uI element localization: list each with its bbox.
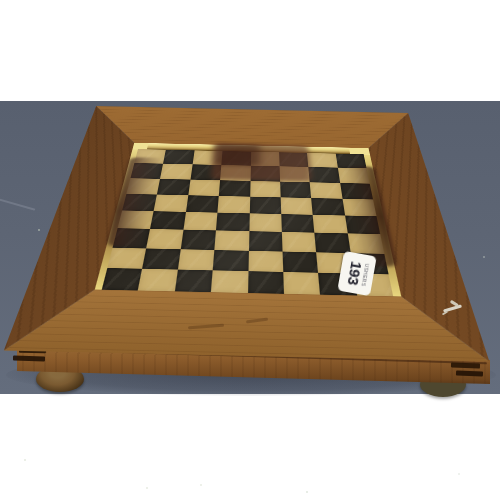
board-square-h5 xyxy=(342,199,376,217)
board-square-e4 xyxy=(249,213,282,232)
board-square-e6 xyxy=(250,181,281,198)
board-square-b7 xyxy=(160,164,192,180)
board-square-a5 xyxy=(122,194,157,211)
chessboard-box xyxy=(55,0,444,420)
board-square-g4 xyxy=(313,215,348,234)
board-square-f2 xyxy=(282,251,318,272)
dust-specks xyxy=(0,101,2,103)
board-square-c7 xyxy=(190,164,221,180)
board-square-c1 xyxy=(175,269,213,292)
board-square-d3 xyxy=(214,231,248,251)
surface-scratch xyxy=(0,197,35,210)
board-square-a4 xyxy=(118,210,154,229)
board-square-d7 xyxy=(220,165,250,181)
board-top-surface xyxy=(4,106,490,362)
board-square-f1 xyxy=(283,272,320,295)
lot-number: 193 xyxy=(345,260,365,286)
board-square-e7 xyxy=(250,166,280,182)
board-square-g3 xyxy=(315,233,351,253)
board-square-c6 xyxy=(188,179,220,195)
board-square-b2 xyxy=(143,248,181,269)
board-square-c8 xyxy=(192,150,222,165)
board-square-f8 xyxy=(279,152,309,167)
board-square-b6 xyxy=(157,179,190,195)
board-square-a7 xyxy=(131,163,164,179)
board-square-b1 xyxy=(138,269,178,292)
board-square-c3 xyxy=(181,230,217,250)
board-square-f6 xyxy=(280,181,311,198)
board-square-a1 xyxy=(102,268,143,291)
board-square-b3 xyxy=(147,229,184,249)
board-square-h4 xyxy=(345,216,381,235)
board-square-f3 xyxy=(282,232,317,252)
board-square-e1 xyxy=(247,271,283,294)
board-square-e3 xyxy=(248,231,282,251)
board-square-f7 xyxy=(279,166,309,182)
board-square-c5 xyxy=(186,195,219,213)
board-square-a8 xyxy=(134,149,166,164)
board-square-f4 xyxy=(281,214,314,233)
scratch-mark xyxy=(441,300,467,318)
board-square-a3 xyxy=(113,228,151,248)
board-square-d1 xyxy=(211,270,248,293)
board-square-g6 xyxy=(310,182,342,199)
board-square-b4 xyxy=(150,211,185,230)
board-square-f5 xyxy=(281,197,313,215)
board-square-g8 xyxy=(307,153,337,168)
board-square-b8 xyxy=(163,150,194,165)
board-square-d4 xyxy=(216,213,249,232)
board-square-h3 xyxy=(347,234,384,254)
board-square-a2 xyxy=(107,247,146,268)
board-square-h8 xyxy=(335,154,366,169)
board-square-e5 xyxy=(249,197,281,215)
board-square-e2 xyxy=(248,250,283,271)
board-square-c2 xyxy=(178,249,215,270)
board-square-d6 xyxy=(219,180,250,197)
board-square-a6 xyxy=(126,178,160,194)
board-square-e8 xyxy=(250,152,279,167)
board-square-g7 xyxy=(309,167,340,183)
board-square-c4 xyxy=(183,212,217,231)
board-square-g5 xyxy=(311,198,344,216)
board-square-d8 xyxy=(221,151,250,166)
board-square-h7 xyxy=(338,168,370,184)
board-square-h6 xyxy=(340,183,373,200)
dovetail-joint xyxy=(13,356,45,362)
board-square-d2 xyxy=(213,250,249,271)
board-square-d5 xyxy=(218,196,250,214)
lot-sticker: USHERS 193 xyxy=(337,251,376,296)
board-square-b5 xyxy=(154,194,188,211)
